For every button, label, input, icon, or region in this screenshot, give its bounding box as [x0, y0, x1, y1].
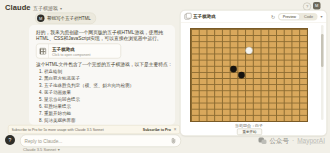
- list-item: 5. 显示当前回合提示: [39, 96, 174, 103]
- black-stone: [230, 66, 237, 73]
- features-list: 1. 棋盘绘制 2. 黑白双方轮流落子 3. 五子连珠胜负判定（横、竖、斜方向均…: [39, 68, 174, 124]
- features-intro-text: 这个HTML文件包含了一个完整的五子棋游戏，以下是主要特点：: [36, 61, 176, 68]
- list-item: 4. 落子动画效果: [39, 89, 174, 96]
- subscribe-banner: Subscribe to Pro for 5x more usage with …: [8, 125, 180, 134]
- list-item: 6. 获胜结果提示: [39, 103, 174, 110]
- profile-avatar[interactable]: M: [313, 2, 321, 10]
- chevron-down-icon[interactable]: ▾: [320, 14, 322, 19]
- restart-button[interactable]: 重新开始: [237, 129, 262, 136]
- user-message-bubble: M 帮我写个五子棋HTML: [35, 13, 96, 25]
- chat-title: 五子棋游戏: [33, 5, 58, 12]
- gomoku-board[interactable]: [190, 28, 308, 122]
- white-stone: [245, 47, 253, 55]
- chevron-down-icon: ▾: [60, 6, 62, 11]
- user-message-text: 帮我写个五子棋HTML: [47, 15, 91, 22]
- artifact-panel-header: 五子棋游戏 ↻ Preview Code ▾: [181, 11, 327, 24]
- watermark-separator: ·: [292, 137, 294, 145]
- close-icon[interactable]: ×: [174, 127, 177, 132]
- banner-text: Subscribe to Pro for 5x more usage with …: [12, 128, 140, 132]
- model-selector[interactable]: Claude 3.5 Sonnet ▾: [23, 148, 60, 153]
- chevron-down-icon: ▾: [58, 148, 60, 153]
- grid-icon: [39, 48, 46, 55]
- list-item: 3. 五子连珠胜负判定（横、竖、斜方向均检测）: [39, 82, 174, 89]
- artifact-card-icon-wrap: [37, 44, 50, 58]
- list-item: 1. 棋盘绘制: [39, 68, 174, 75]
- tab-preview[interactable]: Preview: [279, 14, 299, 20]
- artifact-link-card[interactable]: 五子棋游戏 Click to open component: [36, 44, 121, 59]
- tab-code[interactable]: Code: [301, 14, 317, 20]
- list-item: 8. 简洁美观的界面: [39, 117, 174, 124]
- artifact-card-title: 五子棋游戏: [52, 46, 91, 53]
- chat-title-dropdown[interactable]: 五子棋游戏 ▾: [33, 5, 62, 12]
- user-avatar: M: [37, 15, 45, 23]
- model-name: Claude 3.5 Sonnet: [23, 148, 56, 153]
- scrollbar-thumb[interactable]: [321, 34, 324, 67]
- watermark-account: 公众号: [270, 136, 290, 145]
- list-item: 7. 重新开始功能: [39, 110, 174, 117]
- panel-scrollbar: [321, 25, 324, 120]
- black-stone: [238, 72, 245, 79]
- refresh-icon[interactable]: ↻: [271, 14, 275, 20]
- artifact-panel-title: 五子棋游戏: [193, 13, 268, 20]
- preview-code-toggle: Preview Code: [278, 13, 317, 21]
- wechat-icon: [259, 137, 267, 144]
- artifact-copy-icon[interactable]: [185, 14, 191, 20]
- watermark-name: MayporAI: [297, 137, 325, 145]
- app-window: Claude 五子棋游戏 ▾ M 帮我写个五子棋HTML 好的，我来为您创建一个…: [0, 0, 330, 153]
- assistant-intro-text: 好的，我来为您创建一个网页版的五子棋HTML游戏，使用纯HTML、CSS和Jav…: [36, 29, 172, 42]
- watermark: 公众号 · MayporAI: [0, 136, 325, 145]
- artifact-card-subtitle: Click to open component: [52, 53, 91, 57]
- subscribe-pro-link[interactable]: Subscribe to Pro: [143, 128, 171, 132]
- list-item: 2. 黑白双方轮流落子: [39, 75, 174, 82]
- claude-logo: Claude: [5, 3, 31, 12]
